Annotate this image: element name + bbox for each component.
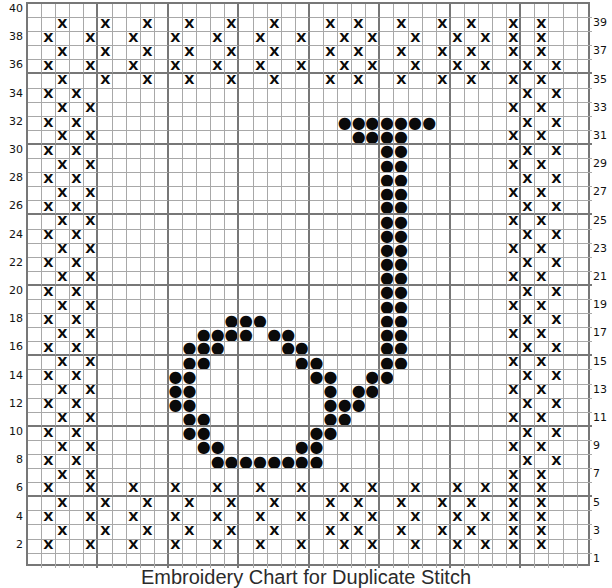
grid-cell (493, 215, 507, 229)
grid-cell (493, 18, 507, 32)
grid-cell: X (42, 455, 56, 469)
grid-cell (352, 244, 366, 258)
x-stitch-mark: X (452, 483, 462, 495)
grid-cell (211, 117, 225, 131)
grid-cell (324, 272, 338, 286)
x-stitch-mark: X (551, 315, 561, 327)
dot-stitch-mark: ● (268, 328, 282, 342)
grid-cell (366, 455, 380, 469)
grid-cell (394, 427, 408, 441)
grid-cell: X (56, 215, 70, 229)
grid-cell (437, 60, 451, 74)
grid-cell (507, 89, 521, 103)
grid-cell (423, 356, 437, 370)
dot-stitch-mark: ● (394, 201, 408, 215)
grid-cell (451, 201, 465, 215)
grid-cell (352, 258, 366, 272)
grid-cell (521, 441, 535, 455)
grid-cell (113, 46, 127, 60)
grid-cell (465, 455, 479, 469)
grid-cell (352, 483, 366, 497)
grid-cell: ● (380, 286, 394, 300)
grid-cell: X (127, 32, 141, 46)
dot-stitch-mark: ● (394, 258, 408, 272)
grid-cell (578, 385, 592, 399)
grid-cell (84, 427, 98, 441)
x-stitch-mark: X (100, 47, 110, 59)
grid-cell (564, 74, 578, 88)
dot-stitch-mark: ● (338, 399, 352, 413)
grid-cell (254, 399, 268, 413)
x-stitch-mark: X (523, 399, 533, 411)
grid-cell: X (42, 483, 56, 497)
x-stitch-mark: X (537, 483, 547, 495)
grid-cell (155, 187, 169, 201)
grid-cell (437, 103, 451, 117)
grid-cell: X (127, 540, 141, 554)
grid-cell (28, 60, 42, 74)
grid-cell: X (56, 469, 70, 483)
grid-cell (211, 497, 225, 511)
grid-cell (437, 230, 451, 244)
grid-cell (127, 244, 141, 258)
grid-cell (225, 540, 239, 554)
grid-cell (84, 370, 98, 384)
grid-cell: X (451, 540, 465, 554)
grid-cell (423, 103, 437, 117)
grid-cell (28, 286, 42, 300)
grid-cell (282, 215, 296, 229)
grid-cell (521, 413, 535, 427)
grid-cell: X (225, 18, 239, 32)
grid-cell (493, 399, 507, 413)
x-stitch-mark: X (523, 315, 533, 327)
grid-cell: X (549, 173, 563, 187)
grid-cell (239, 441, 253, 455)
x-stitch-mark: X (58, 188, 68, 200)
grid-cell (310, 272, 324, 286)
grid-cell (113, 342, 127, 356)
grid-cell (141, 385, 155, 399)
grid-cell (465, 272, 479, 286)
grid-cell (465, 314, 479, 328)
x-stitch-mark: X (72, 202, 82, 214)
grid-cell (183, 300, 197, 314)
x-stitch-mark: X (438, 526, 448, 538)
x-stitch-mark: X (85, 160, 95, 172)
grid-cell: ● (324, 385, 338, 399)
grid-cell (451, 328, 465, 342)
grid-cell: X (70, 117, 84, 131)
grid-cell (282, 32, 296, 46)
x-stitch-mark: X (340, 61, 350, 73)
grid-cell (409, 441, 423, 455)
x-stitch-mark: X (128, 512, 138, 524)
grid-cell: X (70, 145, 84, 159)
grid-cell: ● (352, 131, 366, 145)
x-stitch-mark: X (523, 202, 533, 214)
x-stitch-mark: X (325, 75, 335, 87)
grid-cell: X (254, 483, 268, 497)
dot-stitch-mark: ● (352, 131, 366, 145)
grid-cell (451, 272, 465, 286)
grid-cell: X (521, 286, 535, 300)
grid-cell (465, 103, 479, 117)
grid-cell (28, 469, 42, 483)
grid-cell (254, 258, 268, 272)
grid-cell (578, 187, 592, 201)
x-stitch-mark: X (551, 287, 561, 299)
row-label-right-37: 37 (593, 44, 612, 58)
x-stitch-mark: X (255, 33, 265, 45)
grid-cell (380, 60, 394, 74)
x-stitch-mark: X (213, 483, 223, 495)
grid-cell: ● (268, 328, 282, 342)
grid-cell (493, 258, 507, 272)
x-stitch-mark: X (170, 483, 180, 495)
grid-cell (42, 131, 56, 145)
grid-cell (366, 201, 380, 215)
grid-cell (338, 441, 352, 455)
grid-cell: X (70, 399, 84, 413)
grid-cell (493, 103, 507, 117)
grid-cell (254, 89, 268, 103)
row-label-left-26: 26 (0, 199, 23, 213)
grid-cell (549, 497, 563, 511)
grid-cell (155, 540, 169, 554)
grid-cell (479, 230, 493, 244)
grid-cell: ● (310, 356, 324, 370)
x-stitch-mark: X (72, 146, 82, 158)
grid-cell (564, 497, 578, 511)
row-label-left-40: 40 (0, 2, 23, 16)
x-stitch-mark: X (44, 287, 54, 299)
grid-cell (564, 117, 578, 131)
grid-cell (211, 215, 225, 229)
grid-cell (296, 328, 310, 342)
grid-cell (169, 342, 183, 356)
grid-cell: ● (394, 131, 408, 145)
grid-cell (127, 18, 141, 32)
grid-cell: X (549, 370, 563, 384)
x-stitch-mark: X (551, 118, 561, 130)
dot-stitch-mark: ● (268, 455, 282, 469)
grid-cell (380, 441, 394, 455)
dot-stitch-mark: ● (394, 314, 408, 328)
grid-cell: ● (296, 356, 310, 370)
x-stitch-mark: X (44, 428, 54, 440)
grid-cell: X (549, 314, 563, 328)
grid-cell: X (535, 244, 549, 258)
grid-cell (70, 103, 84, 117)
grid-cell (197, 74, 211, 88)
grid-cell (169, 117, 183, 131)
x-stitch-mark: X (85, 385, 95, 397)
grid-cell (98, 469, 112, 483)
grid-cell (268, 173, 282, 187)
grid-cell (578, 103, 592, 117)
grid-cell (84, 201, 98, 215)
grid-cell (28, 356, 42, 370)
grid-cell (225, 370, 239, 384)
grid-cell (183, 328, 197, 342)
grid-cell: X (84, 60, 98, 74)
x-stitch-mark: X (537, 75, 547, 87)
grid-cell (324, 328, 338, 342)
grid-cell (549, 356, 563, 370)
grid-cell (549, 187, 563, 201)
grid-cell (28, 4, 42, 18)
grid-cell: ● (324, 370, 338, 384)
grid-cell (225, 272, 239, 286)
grid-cell (239, 511, 253, 525)
grid-cell (84, 89, 98, 103)
grid-cell: ● (338, 117, 352, 131)
grid-cell: X (479, 511, 493, 525)
grid-cell (352, 314, 366, 328)
grid-cell (127, 413, 141, 427)
grid-cell (578, 497, 592, 511)
grid-cell (564, 427, 578, 441)
grid-cell (437, 32, 451, 46)
x-stitch-mark: X (508, 301, 518, 313)
x-stitch-mark: X (537, 385, 547, 397)
grid-cell (366, 399, 380, 413)
grid-cell (507, 60, 521, 74)
grid-cell: ● (239, 314, 253, 328)
grid-cell (211, 230, 225, 244)
grid-cell (84, 46, 98, 60)
grid-cell: X (479, 32, 493, 46)
grid-cell (451, 74, 465, 88)
dot-stitch-mark: ● (380, 244, 394, 258)
grid-cell (451, 131, 465, 145)
dot-stitch-mark: ● (169, 370, 183, 384)
grid-cell (578, 46, 592, 60)
grid-cell (423, 399, 437, 413)
x-stitch-mark: X (537, 188, 547, 200)
grid-cell (169, 173, 183, 187)
row-label-right-21: 21 (593, 270, 612, 284)
grid-cell (28, 300, 42, 314)
grid-cell: X (409, 483, 423, 497)
grid-cell (479, 356, 493, 370)
grid-cell (155, 173, 169, 187)
x-stitch-mark: X (354, 75, 364, 87)
grid-cell (211, 525, 225, 539)
grid-cell (84, 117, 98, 131)
grid-cell (493, 4, 507, 18)
grid-cell (197, 201, 211, 215)
grid-cell (338, 74, 352, 88)
grid-cell (183, 159, 197, 173)
grid-cell (282, 441, 296, 455)
grid-cell (493, 244, 507, 258)
grid-cell (282, 159, 296, 173)
grid-cell (338, 131, 352, 145)
grid-cell: X (535, 483, 549, 497)
grid-cell: X (324, 497, 338, 511)
grid-cell (169, 89, 183, 103)
grid-cell (282, 230, 296, 244)
grid-cell (183, 540, 197, 554)
grid-cell: X (296, 483, 310, 497)
grid-cell: X (56, 244, 70, 258)
grid-cell (141, 314, 155, 328)
grid-cell (479, 46, 493, 60)
grid-cell: ● (324, 427, 338, 441)
grid-cell (113, 427, 127, 441)
grid-cell (70, 60, 84, 74)
grid-cell (28, 385, 42, 399)
grid-cell (437, 145, 451, 159)
row-label-right-39: 39 (593, 16, 612, 30)
grid-cell: X (296, 32, 310, 46)
x-stitch-mark: X (508, 272, 518, 284)
row-label-right-23: 23 (593, 242, 612, 256)
grid-cell: X (183, 497, 197, 511)
grid-cell (493, 286, 507, 300)
grid-cell: ● (197, 356, 211, 370)
grid-cell: X (521, 427, 535, 441)
x-stitch-mark: X (452, 512, 462, 524)
grid-cell (268, 540, 282, 554)
grid-cell (197, 483, 211, 497)
grid-cell (84, 18, 98, 32)
grid-cell (324, 89, 338, 103)
grid-cell (98, 4, 112, 18)
grid-cell (225, 427, 239, 441)
grid-cell (239, 32, 253, 46)
grid-cell: ● (380, 244, 394, 258)
grid-cell: ● (380, 117, 394, 131)
x-stitch-mark: X (72, 371, 82, 383)
grid-cell: X (451, 32, 465, 46)
grid-cell (211, 201, 225, 215)
x-stitch-mark: X (72, 89, 82, 101)
grid-cell: ● (380, 173, 394, 187)
grid-cell (28, 131, 42, 145)
grid-cell (98, 230, 112, 244)
grid-cell: ● (380, 314, 394, 328)
grid-cell (578, 399, 592, 413)
x-stitch-mark: X (523, 146, 533, 158)
grid-cell (155, 300, 169, 314)
row-label-left-2: 2 (0, 538, 23, 552)
grid-cell: X (338, 60, 352, 74)
x-stitch-mark: X (255, 483, 265, 495)
grid-cell (197, 314, 211, 328)
grid-cell: X (56, 18, 70, 32)
grid-cell: X (549, 455, 563, 469)
x-stitch-mark: X (466, 498, 476, 510)
grid-cell (70, 328, 84, 342)
dot-stitch-mark: ● (310, 455, 324, 469)
x-stitch-mark: X (58, 272, 68, 284)
grid-cell: X (84, 413, 98, 427)
grid-cell (254, 173, 268, 187)
grid-cell (211, 356, 225, 370)
grid-cell (141, 356, 155, 370)
grid-cell (409, 244, 423, 258)
x-stitch-mark: X (537, 329, 547, 341)
grid-cell (254, 117, 268, 131)
grid-cell (578, 427, 592, 441)
grid-cell (183, 314, 197, 328)
grid-cell (578, 286, 592, 300)
x-stitch-mark: X (44, 258, 54, 270)
grid-cell (296, 215, 310, 229)
x-stitch-mark: X (142, 47, 152, 59)
row-label-left-8: 8 (0, 453, 23, 467)
row-label-right-13: 13 (593, 383, 612, 397)
x-stitch-mark: X (58, 131, 68, 143)
grid-cell (282, 60, 296, 74)
grid-cell (507, 314, 521, 328)
grid-cell (56, 370, 70, 384)
grid-cell (324, 286, 338, 300)
grid-cell (98, 455, 112, 469)
x-stitch-mark: X (325, 498, 335, 510)
grid-cell (394, 469, 408, 483)
grid-cell: X (42, 89, 56, 103)
grid-cell (211, 272, 225, 286)
grid-cell (324, 131, 338, 145)
grid-cell (324, 455, 338, 469)
grid-cell (70, 441, 84, 455)
grid-cell (578, 32, 592, 46)
grid-cell (28, 272, 42, 286)
grid-cell (479, 18, 493, 32)
grid-cell (521, 328, 535, 342)
grid-cell (423, 258, 437, 272)
x-stitch-mark: X (340, 33, 350, 45)
row-label-right-33: 33 (593, 101, 612, 115)
grid-cell: ● (394, 342, 408, 356)
grid-cell (296, 230, 310, 244)
grid-cell (564, 131, 578, 145)
grid-cell (98, 356, 112, 370)
dot-stitch-mark: ● (380, 328, 394, 342)
grid-cell (465, 342, 479, 356)
grid-cell (225, 60, 239, 74)
grid-cell (169, 159, 183, 173)
grid-cell (127, 4, 141, 18)
grid-cell (282, 540, 296, 554)
grid-cell: X (549, 230, 563, 244)
grid-cell (366, 525, 380, 539)
grid-cell (409, 525, 423, 539)
grid-cell: X (507, 32, 521, 46)
grid-cell (183, 89, 197, 103)
grid-cell: ● (183, 370, 197, 384)
grid-cell (268, 370, 282, 384)
grid-cell: X (507, 18, 521, 32)
grid-cell: X (366, 32, 380, 46)
grid-cell (366, 272, 380, 286)
dot-stitch-mark: ● (394, 159, 408, 173)
grid-cell (564, 4, 578, 18)
grid-cell (197, 497, 211, 511)
grid-cell: X (338, 483, 352, 497)
row-label-right-11: 11 (593, 411, 612, 425)
grid-cell (409, 314, 423, 328)
grid-cell (141, 469, 155, 483)
x-stitch-mark: X (537, 19, 547, 31)
grid-cell (465, 286, 479, 300)
grid-cell: X (521, 173, 535, 187)
grid-cell (324, 201, 338, 215)
